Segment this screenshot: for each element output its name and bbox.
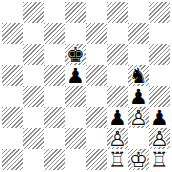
square-a2 (2, 128, 23, 149)
square-d4 (65, 86, 86, 107)
square-b7 (23, 23, 44, 44)
square-a8 (2, 2, 23, 23)
square-h2: ♟♙ (149, 128, 170, 149)
square-h5 (149, 65, 170, 86)
square-f4 (107, 86, 128, 107)
chess-diagram: ♚♚♟♟♞♞♟♟♟♟♟♙♟♟♟♙♟♙♜♖♚♔♜♖ (0, 0, 172, 172)
black-pawn: ♟♟ (149, 107, 170, 128)
square-f7 (107, 23, 128, 44)
square-c3 (44, 107, 65, 128)
square-g5: ♞♞ (128, 65, 149, 86)
square-e7 (86, 23, 107, 44)
black-pawn-glyph: ♟ (128, 86, 149, 107)
square-h1: ♜♖ (149, 149, 170, 170)
square-a3 (2, 107, 23, 128)
white-pawn: ♟♙ (107, 128, 128, 149)
square-c4 (44, 86, 65, 107)
square-g8 (128, 2, 149, 23)
square-b2 (23, 128, 44, 149)
black-pawn: ♟♟ (65, 65, 86, 86)
white-king: ♚♔ (128, 149, 149, 170)
square-f1: ♜♖ (107, 149, 128, 170)
square-e2 (86, 128, 107, 149)
square-b5 (23, 65, 44, 86)
square-a4 (2, 86, 23, 107)
square-d8 (65, 2, 86, 23)
square-d6: ♚♚ (65, 44, 86, 65)
square-d2 (65, 128, 86, 149)
white-rook-glyph: ♖ (107, 149, 128, 170)
square-h6 (149, 44, 170, 65)
square-d5: ♟♟ (65, 65, 86, 86)
square-g2 (128, 128, 149, 149)
square-g7 (128, 23, 149, 44)
square-c5 (44, 65, 65, 86)
square-f6 (107, 44, 128, 65)
square-b4 (23, 86, 44, 107)
square-a5 (2, 65, 23, 86)
square-h3: ♟♟ (149, 107, 170, 128)
black-pawn-glyph: ♟ (149, 107, 170, 128)
square-c8 (44, 2, 65, 23)
square-c6 (44, 44, 65, 65)
black-king-glyph: ♚ (65, 44, 86, 65)
square-a7 (2, 23, 23, 44)
white-pawn: ♟♙ (149, 128, 170, 149)
white-rook: ♜♖ (107, 149, 128, 170)
square-b6 (23, 44, 44, 65)
square-f2: ♟♙ (107, 128, 128, 149)
chess-board: ♚♚♟♟♞♞♟♟♟♟♟♙♟♟♟♙♟♙♜♖♚♔♜♖ (2, 2, 170, 170)
square-f3: ♟♟ (107, 107, 128, 128)
square-e6 (86, 44, 107, 65)
square-h8 (149, 2, 170, 23)
square-e1 (86, 149, 107, 170)
square-a6 (2, 44, 23, 65)
white-pawn-glyph: ♙ (128, 107, 149, 128)
square-f5 (107, 65, 128, 86)
square-e8 (86, 2, 107, 23)
square-c1 (44, 149, 65, 170)
black-pawn: ♟♟ (107, 107, 128, 128)
black-knight-glyph: ♞ (128, 65, 149, 86)
square-d7 (65, 23, 86, 44)
square-d1 (65, 149, 86, 170)
white-pawn: ♟♙ (128, 107, 149, 128)
square-b8 (23, 2, 44, 23)
black-king: ♚♚ (65, 44, 86, 65)
square-d3 (65, 107, 86, 128)
square-g3: ♟♙ (128, 107, 149, 128)
white-pawn-glyph: ♙ (107, 128, 128, 149)
white-rook-glyph: ♖ (149, 149, 170, 170)
square-b1 (23, 149, 44, 170)
square-h4 (149, 86, 170, 107)
square-b3 (23, 107, 44, 128)
square-g1: ♚♔ (128, 149, 149, 170)
square-a1 (2, 149, 23, 170)
square-c2 (44, 128, 65, 149)
white-king-glyph: ♔ (128, 149, 149, 170)
square-h7 (149, 23, 170, 44)
black-knight: ♞♞ (128, 65, 149, 86)
square-c7 (44, 23, 65, 44)
black-pawn: ♟♟ (128, 86, 149, 107)
black-pawn-glyph: ♟ (107, 107, 128, 128)
square-g6 (128, 44, 149, 65)
white-pawn-glyph: ♙ (149, 128, 170, 149)
square-f8 (107, 2, 128, 23)
square-g4: ♟♟ (128, 86, 149, 107)
square-e4 (86, 86, 107, 107)
black-pawn-glyph: ♟ (65, 65, 86, 86)
square-e3 (86, 107, 107, 128)
square-e5 (86, 65, 107, 86)
white-rook: ♜♖ (149, 149, 170, 170)
